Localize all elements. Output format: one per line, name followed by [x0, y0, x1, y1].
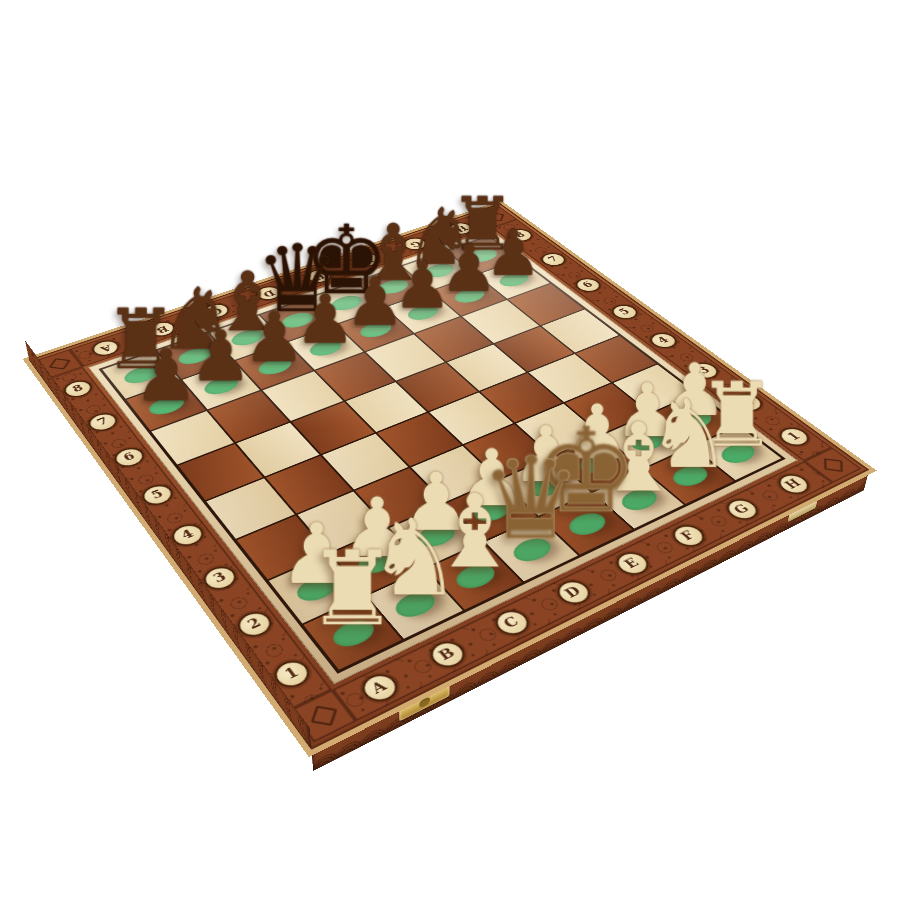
file-label-h: H — [772, 471, 815, 498]
diamond-motif — [823, 458, 842, 472]
rank-label-right-5: 5 — [607, 302, 643, 322]
diamond-motif — [487, 213, 503, 221]
file-label-a: A — [355, 669, 403, 706]
file-label-f: F — [666, 521, 710, 551]
file-label-c: C — [488, 606, 535, 640]
piece-glyph: ♞ — [157, 276, 234, 361]
square-a1[interactable]: ♜ — [303, 597, 401, 670]
file-label-d: D — [550, 577, 596, 609]
file-label-e: E — [610, 548, 655, 579]
chess-board: ABCDEFGH ABCDEFGH 87654321 87654321 ♜♞♝♛… — [23, 200, 877, 757]
piece-glyph: ♞ — [404, 198, 474, 276]
file-label-g: G — [720, 496, 764, 524]
file-label-b: B — [423, 637, 470, 673]
diamond-motif — [48, 358, 70, 369]
product-photo-scene: ABCDEFGH ABCDEFGH 87654321 87654321 ♜♞♝♛… — [0, 0, 900, 900]
piece-glyph: ♜ — [306, 529, 399, 649]
diamond-motif — [310, 705, 337, 725]
